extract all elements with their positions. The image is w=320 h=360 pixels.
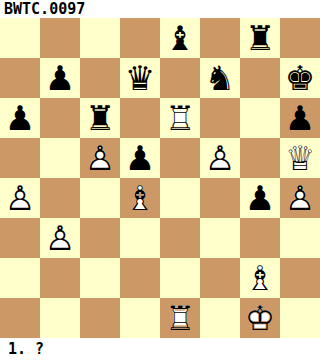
square-d2[interactable]: [120, 258, 160, 298]
square-a7[interactable]: [0, 58, 40, 98]
square-a2[interactable]: [0, 258, 40, 298]
square-f3[interactable]: [200, 218, 240, 258]
square-g4[interactable]: ♟: [240, 178, 280, 218]
square-c1[interactable]: [80, 298, 120, 338]
square-e4[interactable]: [160, 178, 200, 218]
piece-white-queen: ♛♕: [280, 138, 320, 178]
piece-white-rook: ♜♖: [160, 98, 200, 138]
square-h2[interactable]: [280, 258, 320, 298]
chess-diagram: BWTC.0097 ♝♜♟♛♞♚♟♜♜♖♟♟♙♟♟♙♛♕♟♙♝♗♟♟♙♟♙♝♗♜…: [0, 0, 320, 360]
square-a3[interactable]: [0, 218, 40, 258]
square-a6[interactable]: ♟: [0, 98, 40, 138]
square-d4[interactable]: ♝♗: [120, 178, 160, 218]
piece-black-pawn: ♟: [240, 178, 280, 218]
piece-white-rook: ♜♖: [160, 298, 200, 338]
square-a1[interactable]: [0, 298, 40, 338]
square-e2[interactable]: [160, 258, 200, 298]
piece-white-pawn: ♟♙: [40, 218, 80, 258]
square-g5[interactable]: [240, 138, 280, 178]
square-h6[interactable]: ♟: [280, 98, 320, 138]
square-g3[interactable]: [240, 218, 280, 258]
square-g2[interactable]: ♝♗: [240, 258, 280, 298]
square-e1[interactable]: ♜♖: [160, 298, 200, 338]
square-h1[interactable]: [280, 298, 320, 338]
square-f6[interactable]: [200, 98, 240, 138]
square-h5[interactable]: ♛♕: [280, 138, 320, 178]
square-b2[interactable]: [40, 258, 80, 298]
square-e7[interactable]: [160, 58, 200, 98]
diagram-title: BWTC.0097: [4, 1, 85, 17]
square-h7[interactable]: ♚: [280, 58, 320, 98]
square-c7[interactable]: [80, 58, 120, 98]
square-g1[interactable]: ♚♔: [240, 298, 280, 338]
square-b6[interactable]: [40, 98, 80, 138]
square-d7[interactable]: ♛: [120, 58, 160, 98]
square-g7[interactable]: [240, 58, 280, 98]
square-h8[interactable]: [280, 18, 320, 58]
square-d6[interactable]: [120, 98, 160, 138]
square-d3[interactable]: [120, 218, 160, 258]
piece-black-pawn: ♟: [40, 58, 80, 98]
square-a5[interactable]: [0, 138, 40, 178]
piece-black-knight: ♞: [200, 58, 240, 98]
move-prompt: 1. ?: [8, 340, 44, 358]
square-c2[interactable]: [80, 258, 120, 298]
square-f1[interactable]: [200, 298, 240, 338]
piece-white-bishop: ♝♗: [120, 178, 160, 218]
piece-white-pawn: ♟♙: [280, 178, 320, 218]
piece-white-pawn: ♟♙: [80, 138, 120, 178]
square-f8[interactable]: [200, 18, 240, 58]
square-h4[interactable]: ♟♙: [280, 178, 320, 218]
square-d8[interactable]: [120, 18, 160, 58]
square-c4[interactable]: [80, 178, 120, 218]
square-c3[interactable]: [80, 218, 120, 258]
piece-white-bishop: ♝♗: [240, 258, 280, 298]
square-c6[interactable]: ♜: [80, 98, 120, 138]
square-e6[interactable]: ♜♖: [160, 98, 200, 138]
square-f7[interactable]: ♞: [200, 58, 240, 98]
square-a8[interactable]: [0, 18, 40, 58]
piece-white-king: ♚♔: [240, 298, 280, 338]
piece-black-rook: ♜: [240, 18, 280, 58]
piece-black-pawn: ♟: [120, 138, 160, 178]
piece-black-rook: ♜: [80, 98, 120, 138]
piece-white-pawn: ♟♙: [0, 178, 40, 218]
chess-board: ♝♜♟♛♞♚♟♜♜♖♟♟♙♟♟♙♛♕♟♙♝♗♟♟♙♟♙♝♗♜♖♚♔: [0, 18, 320, 338]
square-e8[interactable]: ♝: [160, 18, 200, 58]
square-f5[interactable]: ♟♙: [200, 138, 240, 178]
square-b3[interactable]: ♟♙: [40, 218, 80, 258]
square-b4[interactable]: [40, 178, 80, 218]
square-b8[interactable]: [40, 18, 80, 58]
square-e5[interactable]: [160, 138, 200, 178]
piece-black-pawn: ♟: [280, 98, 320, 138]
square-f4[interactable]: [200, 178, 240, 218]
piece-black-king: ♚: [280, 58, 320, 98]
square-e3[interactable]: [160, 218, 200, 258]
piece-black-bishop: ♝: [160, 18, 200, 58]
square-d5[interactable]: ♟: [120, 138, 160, 178]
square-g8[interactable]: ♜: [240, 18, 280, 58]
square-h3[interactable]: [280, 218, 320, 258]
square-b5[interactable]: [40, 138, 80, 178]
square-d1[interactable]: [120, 298, 160, 338]
piece-black-pawn: ♟: [0, 98, 40, 138]
square-c8[interactable]: [80, 18, 120, 58]
piece-white-pawn: ♟♙: [200, 138, 240, 178]
square-g6[interactable]: [240, 98, 280, 138]
square-f2[interactable]: [200, 258, 240, 298]
piece-black-queen: ♛: [120, 58, 160, 98]
square-b1[interactable]: [40, 298, 80, 338]
square-c5[interactable]: ♟♙: [80, 138, 120, 178]
square-a4[interactable]: ♟♙: [0, 178, 40, 218]
square-b7[interactable]: ♟: [40, 58, 80, 98]
